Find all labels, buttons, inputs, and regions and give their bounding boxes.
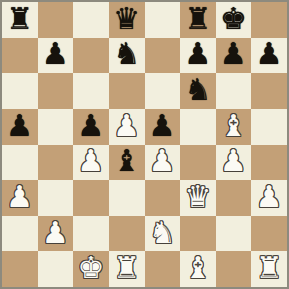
white-pawn[interactable]: ♟	[220, 146, 247, 176]
square-d2[interactable]	[109, 216, 145, 252]
black-rook[interactable]: ♜	[184, 4, 211, 34]
square-g1[interactable]	[216, 251, 252, 287]
square-h3[interactable]: ♟	[251, 180, 287, 216]
square-b1[interactable]	[38, 251, 74, 287]
square-f1[interactable]: ♝	[180, 251, 216, 287]
black-rook[interactable]: ♜	[6, 4, 33, 34]
white-pawn[interactable]: ♟	[113, 111, 140, 141]
square-c8[interactable]	[73, 2, 109, 38]
square-f2[interactable]	[180, 216, 216, 252]
square-g3[interactable]	[216, 180, 252, 216]
square-d5[interactable]: ♟	[109, 109, 145, 145]
white-queen[interactable]: ♛	[184, 182, 211, 212]
square-e8[interactable]	[145, 2, 181, 38]
white-knight[interactable]: ♞	[149, 218, 176, 248]
black-pawn[interactable]: ♟	[220, 39, 247, 69]
square-a7[interactable]	[2, 38, 38, 74]
square-d8[interactable]: ♛	[109, 2, 145, 38]
square-f6[interactable]: ♞	[180, 73, 216, 109]
square-b2[interactable]: ♟	[38, 216, 74, 252]
square-b4[interactable]	[38, 145, 74, 181]
black-pawn[interactable]: ♟	[78, 111, 105, 141]
square-b5[interactable]	[38, 109, 74, 145]
black-pawn[interactable]: ♟	[42, 39, 69, 69]
square-b7[interactable]: ♟	[38, 38, 74, 74]
square-e7[interactable]	[145, 38, 181, 74]
square-c5[interactable]: ♟	[73, 109, 109, 145]
black-knight[interactable]: ♞	[113, 39, 140, 69]
black-pawn[interactable]: ♟	[256, 39, 283, 69]
square-g2[interactable]	[216, 216, 252, 252]
square-h5[interactable]	[251, 109, 287, 145]
black-queen[interactable]: ♛	[113, 4, 140, 34]
white-pawn[interactable]: ♟	[149, 146, 176, 176]
square-d7[interactable]: ♞	[109, 38, 145, 74]
white-pawn[interactable]: ♟	[78, 146, 105, 176]
square-c1[interactable]: ♚	[73, 251, 109, 287]
square-d4[interactable]: ♝	[109, 145, 145, 181]
square-a4[interactable]	[2, 145, 38, 181]
chess-board: ♜♛♜♚♟♞♟♟♟♞♟♟♟♟♝♟♝♟♟♟♛♟♟♞♚♜♝♜	[0, 0, 289, 289]
square-f4[interactable]	[180, 145, 216, 181]
square-e2[interactable]: ♞	[145, 216, 181, 252]
white-king[interactable]: ♚	[78, 253, 105, 283]
square-c3[interactable]	[73, 180, 109, 216]
square-g5[interactable]: ♝	[216, 109, 252, 145]
square-h7[interactable]: ♟	[251, 38, 287, 74]
square-a3[interactable]: ♟	[2, 180, 38, 216]
white-bishop[interactable]: ♝	[184, 253, 211, 283]
black-pawn[interactable]: ♟	[149, 111, 176, 141]
square-g7[interactable]: ♟	[216, 38, 252, 74]
black-bishop[interactable]: ♝	[113, 146, 140, 176]
square-c7[interactable]	[73, 38, 109, 74]
square-e1[interactable]	[145, 251, 181, 287]
square-h2[interactable]	[251, 216, 287, 252]
square-b3[interactable]	[38, 180, 74, 216]
square-c6[interactable]	[73, 73, 109, 109]
square-g8[interactable]: ♚	[216, 2, 252, 38]
square-e3[interactable]	[145, 180, 181, 216]
square-f8[interactable]: ♜	[180, 2, 216, 38]
square-a6[interactable]	[2, 73, 38, 109]
square-d1[interactable]: ♜	[109, 251, 145, 287]
black-pawn[interactable]: ♟	[184, 39, 211, 69]
square-a2[interactable]	[2, 216, 38, 252]
square-f5[interactable]	[180, 109, 216, 145]
white-rook[interactable]: ♜	[256, 253, 283, 283]
black-knight[interactable]: ♞	[184, 75, 211, 105]
square-b8[interactable]	[38, 2, 74, 38]
square-a8[interactable]: ♜	[2, 2, 38, 38]
square-h4[interactable]	[251, 145, 287, 181]
square-h6[interactable]	[251, 73, 287, 109]
square-c2[interactable]	[73, 216, 109, 252]
white-rook[interactable]: ♜	[113, 253, 140, 283]
black-pawn[interactable]: ♟	[6, 111, 33, 141]
square-b6[interactable]	[38, 73, 74, 109]
white-pawn[interactable]: ♟	[6, 182, 33, 212]
square-e4[interactable]: ♟	[145, 145, 181, 181]
square-g4[interactable]: ♟	[216, 145, 252, 181]
white-pawn[interactable]: ♟	[256, 182, 283, 212]
square-f3[interactable]: ♛	[180, 180, 216, 216]
square-h8[interactable]	[251, 2, 287, 38]
square-a1[interactable]	[2, 251, 38, 287]
square-c4[interactable]: ♟	[73, 145, 109, 181]
square-d3[interactable]	[109, 180, 145, 216]
square-h1[interactable]: ♜	[251, 251, 287, 287]
square-a5[interactable]: ♟	[2, 109, 38, 145]
black-king[interactable]: ♚	[220, 4, 247, 34]
square-d6[interactable]	[109, 73, 145, 109]
square-f7[interactable]: ♟	[180, 38, 216, 74]
white-pawn[interactable]: ♟	[42, 218, 69, 248]
square-g6[interactable]	[216, 73, 252, 109]
square-e5[interactable]: ♟	[145, 109, 181, 145]
square-e6[interactable]	[145, 73, 181, 109]
white-bishop[interactable]: ♝	[220, 111, 247, 141]
